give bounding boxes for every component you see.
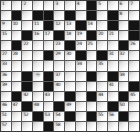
white-cell[interactable]: 24 [76, 41, 86, 50]
clue-number: 19 [77, 31, 82, 36]
white-cell[interactable] [87, 82, 97, 91]
clue-number: 4 [77, 1, 79, 6]
clue-number: 37 [55, 72, 60, 77]
white-cell[interactable] [65, 82, 75, 91]
white-cell[interactable] [12, 61, 22, 70]
white-cell[interactable]: 36 [1, 72, 11, 81]
white-cell[interactable]: 15 [1, 31, 11, 40]
clue-number: 11 [34, 21, 39, 26]
white-cell[interactable] [12, 31, 22, 40]
white-cell[interactable] [76, 11, 86, 20]
white-cell[interactable]: 40 [54, 82, 64, 91]
white-cell[interactable] [54, 61, 64, 70]
white-cell[interactable] [22, 21, 32, 30]
white-cell[interactable]: 53 [44, 112, 54, 121]
white-cell[interactable]: 58 [54, 122, 64, 131]
black-cell [22, 31, 32, 40]
white-cell[interactable]: 38 [119, 72, 129, 81]
white-cell[interactable]: 52 [22, 112, 32, 121]
white-cell[interactable] [108, 122, 118, 131]
black-cell [87, 31, 97, 40]
clue-number: 33 [2, 61, 7, 66]
white-cell[interactable]: 51 [1, 112, 11, 121]
clue-number: 48 [34, 102, 39, 107]
black-cell [108, 72, 118, 81]
black-cell [54, 102, 64, 111]
black-cell [54, 31, 64, 40]
white-cell[interactable] [108, 41, 118, 50]
white-cell[interactable] [119, 82, 129, 91]
black-cell [108, 21, 118, 30]
black-cell [44, 122, 54, 131]
white-cell[interactable] [33, 41, 43, 50]
white-cell[interactable] [12, 122, 22, 131]
white-cell[interactable] [87, 102, 97, 111]
white-cell[interactable] [119, 21, 129, 30]
black-cell [44, 82, 54, 91]
black-cell [65, 92, 75, 101]
white-cell[interactable]: 16 [33, 31, 43, 40]
black-cell [44, 11, 54, 20]
white-cell[interactable] [97, 72, 107, 81]
white-cell[interactable] [129, 11, 139, 20]
white-cell[interactable]: 44 [97, 92, 107, 101]
black-cell [44, 21, 54, 30]
white-cell[interactable] [22, 122, 32, 131]
black-cell [12, 11, 22, 20]
clue-number: 12 [55, 21, 60, 26]
clue-number: 35 [98, 61, 103, 66]
white-cell[interactable] [22, 61, 32, 70]
white-cell[interactable] [119, 31, 129, 40]
white-cell[interactable]: 18 [65, 31, 75, 40]
black-cell [87, 72, 97, 81]
clue-number: 57 [2, 122, 7, 127]
white-cell[interactable] [76, 102, 86, 111]
black-cell [22, 102, 32, 111]
white-cell[interactable] [97, 122, 107, 131]
white-cell[interactable] [129, 102, 139, 111]
black-cell [129, 82, 139, 91]
clue-number: 20 [98, 31, 103, 36]
white-cell[interactable]: 14 [87, 21, 97, 30]
clue-number: 52 [23, 112, 28, 117]
white-cell[interactable] [22, 11, 32, 20]
white-cell[interactable]: 57 [1, 122, 11, 131]
white-cell[interactable]: 39 [1, 82, 11, 91]
white-cell[interactable]: 31 [108, 51, 118, 60]
white-cell[interactable]: 43 [44, 92, 54, 101]
clue-number: 9 [2, 21, 4, 26]
white-cell[interactable]: 10 [12, 21, 22, 30]
white-cell[interactable] [76, 112, 86, 121]
black-cell [108, 11, 118, 20]
clue-number: 6 [120, 1, 122, 6]
white-cell[interactable] [33, 82, 43, 91]
marked-cell-icon: ✳ [35, 72, 41, 79]
black-cell [12, 92, 22, 101]
black-cell [119, 41, 129, 50]
white-cell[interactable] [108, 92, 118, 101]
white-cell[interactable]: 30 [65, 51, 75, 60]
white-cell[interactable]: 46 [1, 102, 11, 111]
clue-number: 44 [98, 92, 103, 97]
white-cell[interactable]: 6 [119, 1, 129, 10]
clue-number: 54 [55, 112, 60, 117]
white-cell[interactable]: 35 [97, 61, 107, 70]
clue-number: 34 [77, 61, 82, 66]
clue-number: 17 [45, 31, 50, 36]
white-cell[interactable]: 7 [129, 1, 139, 10]
clue-number: 25 [88, 41, 93, 46]
white-cell[interactable]: 41 [108, 82, 118, 91]
white-cell[interactable] [108, 61, 118, 70]
clue-number: 55 [98, 112, 103, 117]
clue-number: 38 [120, 72, 125, 77]
clue-number: 45 [130, 92, 135, 97]
white-cell[interactable]: 25 [87, 41, 97, 50]
black-cell [65, 41, 75, 50]
white-cell[interactable] [76, 92, 86, 101]
clue-number: 51 [2, 112, 7, 117]
white-cell[interactable]: 4 [76, 1, 86, 10]
clue-number: 8 [120, 11, 122, 16]
white-cell[interactable]: 23 [54, 41, 64, 50]
white-cell[interactable]: 13 [65, 21, 75, 30]
black-cell [33, 112, 43, 121]
white-cell[interactable] [1, 92, 11, 101]
white-cell[interactable]: 28 [12, 51, 22, 60]
clue-number: 58 [55, 122, 60, 127]
clue-number: 2 [23, 1, 25, 6]
clue-number: 28 [13, 51, 18, 56]
black-cell [129, 21, 139, 30]
white-cell[interactable] [97, 82, 107, 91]
black-cell [22, 82, 32, 91]
white-cell[interactable]: 54 [54, 112, 64, 121]
white-cell[interactable]: 50 [119, 102, 129, 111]
white-cell[interactable]: 9 [1, 21, 11, 30]
clue-number: 46 [2, 102, 7, 107]
white-cell[interactable]: 33 [1, 61, 11, 70]
clue-number: 47 [13, 102, 18, 107]
white-cell[interactable]: 42 [22, 92, 32, 101]
clue-number: 43 [45, 92, 50, 97]
white-cell[interactable] [1, 41, 11, 50]
white-cell[interactable]: 8 [119, 11, 129, 20]
white-cell[interactable] [76, 122, 86, 131]
white-cell[interactable] [1, 11, 11, 20]
white-cell[interactable] [119, 122, 129, 131]
white-cell[interactable] [129, 72, 139, 81]
white-cell[interactable]: 34 [76, 61, 86, 70]
crossword-grid: 1234567891011121314151617181920212223242… [0, 0, 140, 132]
white-cell[interactable] [97, 11, 107, 20]
white-cell[interactable]: 2 [22, 1, 32, 10]
black-cell [33, 11, 43, 20]
white-cell[interactable] [76, 72, 86, 81]
white-cell[interactable]: 48 [33, 102, 43, 111]
clue-number: 30 [66, 51, 71, 56]
white-cell[interactable]: 21 [108, 31, 118, 40]
clue-number: 49 [66, 102, 71, 107]
clue-number: 31 [109, 51, 114, 56]
white-cell[interactable]: 49 [65, 102, 75, 111]
black-cell [76, 51, 86, 60]
black-cell [129, 31, 139, 40]
white-cell[interactable] [129, 61, 139, 70]
clue-number: 23 [55, 41, 60, 46]
white-cell[interactable] [65, 1, 75, 10]
clue-number: 36 [2, 72, 7, 77]
black-cell [87, 11, 97, 20]
white-cell[interactable] [65, 61, 75, 70]
white-cell[interactable]: 32 [119, 51, 129, 60]
white-cell[interactable] [97, 21, 107, 30]
white-cell[interactable]: 17 [44, 31, 54, 40]
white-cell[interactable]: 1 [1, 1, 11, 10]
clue-number: 18 [66, 31, 71, 36]
white-cell[interactable] [22, 51, 32, 60]
white-cell[interactable]: 45 [129, 92, 139, 101]
white-cell[interactable]: 11 [33, 21, 43, 30]
clue-number: 13 [66, 21, 71, 26]
white-cell[interactable]: 3 [54, 1, 64, 10]
white-cell[interactable]: ✳ [33, 72, 43, 81]
clue-number: 22 [23, 41, 28, 46]
white-cell[interactable] [129, 51, 139, 60]
clue-number: 50 [120, 102, 125, 107]
white-cell[interactable] [87, 61, 97, 70]
white-cell[interactable] [44, 61, 54, 70]
white-cell[interactable] [33, 51, 43, 60]
white-cell[interactable] [12, 82, 22, 91]
black-cell [65, 112, 75, 121]
clue-number: 29 [55, 51, 60, 56]
white-cell[interactable] [54, 92, 64, 101]
white-cell[interactable] [44, 102, 54, 111]
black-cell [119, 92, 129, 101]
white-cell[interactable]: 19 [76, 31, 86, 40]
white-cell[interactable] [108, 1, 118, 10]
black-cell [87, 92, 97, 101]
clue-number: 7 [130, 1, 132, 6]
white-cell[interactable] [12, 1, 22, 10]
black-cell [44, 72, 54, 81]
black-cell [87, 112, 97, 121]
clue-number: 15 [2, 31, 7, 36]
white-cell[interactable] [76, 82, 86, 91]
white-cell[interactable]: 5 [97, 1, 107, 10]
clue-number: 1 [2, 1, 4, 6]
white-cell[interactable] [129, 112, 139, 121]
white-cell[interactable] [87, 51, 97, 60]
white-cell[interactable] [44, 1, 54, 10]
black-cell [97, 51, 107, 60]
white-cell[interactable] [54, 11, 64, 20]
black-cell [44, 51, 54, 60]
white-cell[interactable]: 55 [97, 112, 107, 121]
black-cell [87, 1, 97, 10]
white-cell[interactable]: 29 [54, 51, 64, 60]
white-cell[interactable]: 12 [54, 21, 64, 30]
black-cell [119, 112, 129, 121]
clue-number: 39 [2, 82, 7, 87]
white-cell[interactable] [12, 112, 22, 121]
black-cell [76, 21, 86, 30]
clue-number: 40 [55, 82, 60, 87]
white-cell[interactable] [97, 41, 107, 50]
clue-number: 3 [55, 1, 57, 6]
white-cell[interactable] [33, 122, 43, 131]
black-cell [12, 41, 22, 50]
white-cell[interactable]: 56 [108, 112, 118, 121]
white-cell[interactable]: 26 [129, 41, 139, 50]
clue-number: 5 [98, 1, 100, 6]
clue-number: 24 [77, 41, 82, 46]
white-cell[interactable]: 20 [97, 31, 107, 40]
white-cell[interactable] [33, 92, 43, 101]
clue-number: 56 [109, 112, 114, 117]
black-cell [108, 102, 118, 111]
clue-number: 16 [34, 31, 39, 36]
clue-number: 53 [45, 112, 50, 117]
white-cell[interactable] [65, 72, 75, 81]
white-cell[interactable] [119, 61, 129, 70]
white-cell[interactable] [33, 1, 43, 10]
clue-number: 21 [109, 31, 114, 36]
white-cell[interactable] [97, 102, 107, 111]
white-cell[interactable]: 27 [1, 51, 11, 60]
white-cell[interactable] [33, 61, 43, 70]
white-cell[interactable] [12, 72, 22, 81]
white-cell[interactable] [65, 122, 75, 131]
clue-number: 26 [130, 41, 135, 46]
white-cell[interactable] [129, 122, 139, 131]
white-cell[interactable]: 37 [54, 72, 64, 81]
clue-number: 41 [109, 82, 114, 87]
clue-number: 42 [23, 92, 28, 97]
clue-number: 32 [120, 51, 125, 56]
white-cell[interactable]: 47 [12, 102, 22, 111]
black-cell [22, 72, 32, 81]
clue-number: 14 [88, 21, 93, 26]
black-cell [65, 11, 75, 20]
clue-number: 27 [2, 51, 7, 56]
white-cell[interactable]: 22 [22, 41, 32, 50]
white-cell[interactable] [44, 41, 54, 50]
white-cell[interactable] [87, 122, 97, 131]
clue-number: 10 [13, 21, 18, 26]
